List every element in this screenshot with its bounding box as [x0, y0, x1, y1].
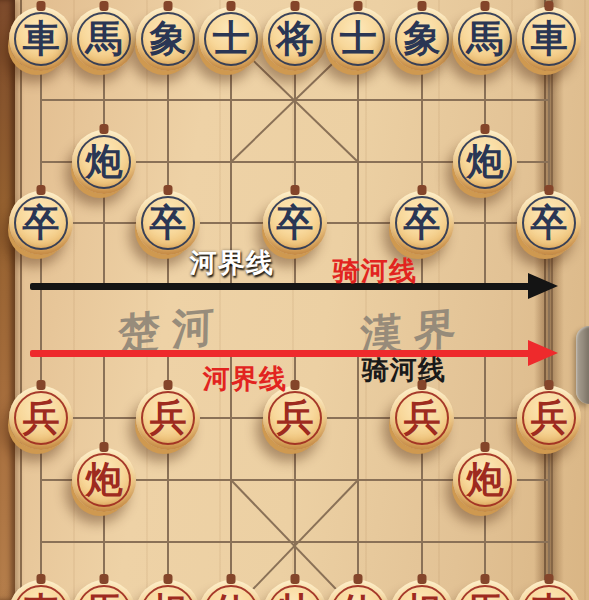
piece-red[interactable]: 兵: [9, 386, 73, 450]
piece-nub: [227, 1, 236, 11]
piece-red[interactable]: 炮: [453, 448, 517, 512]
piece-nub: [418, 574, 427, 584]
piece-red[interactable]: 仕: [326, 580, 390, 600]
piece-glyph: 兵: [531, 399, 568, 436]
xiangqi-board[interactable]: 楚河 漢界 河界线 骑河线 河界线 骑河线 車馬象士将士象馬車炮炮卒卒卒卒卒兵兵…: [0, 0, 589, 600]
piece-glyph: 車: [23, 20, 60, 57]
piece-red[interactable]: 相: [390, 580, 454, 600]
piece-glyph: 卒: [404, 204, 441, 241]
pieces-layer: 車馬象士将士象馬車炮炮卒卒卒卒卒兵兵兵兵兵炮炮車馬相仕帅仕相馬車: [0, 0, 589, 600]
piece-nub: [164, 1, 173, 11]
piece-red[interactable]: 相: [136, 580, 200, 600]
piece-red[interactable]: 兵: [517, 386, 581, 450]
xiangqi-tutorial-screen: 楚河 漢界 河界线 骑河线 河界线 骑河线 車馬象士将士象馬車炮炮卒卒卒卒卒兵兵…: [0, 0, 589, 600]
piece-nub: [418, 1, 427, 11]
piece-red[interactable]: 仕: [199, 580, 263, 600]
piece-glyph: 炮: [86, 461, 123, 498]
piece-nub: [37, 380, 46, 390]
piece-glyph: 仕: [340, 593, 377, 600]
piece-black[interactable]: 車: [9, 7, 73, 71]
label-riding-river-line-top: 骑河线: [333, 257, 417, 284]
piece-glyph: 将: [277, 20, 314, 57]
piece-glyph: 馬: [467, 593, 504, 600]
piece-glyph: 帅: [277, 593, 314, 600]
piece-glyph: 炮: [467, 143, 504, 180]
piece-nub: [37, 185, 46, 195]
piece-red[interactable]: 兵: [390, 386, 454, 450]
piece-nub: [291, 574, 300, 584]
piece-glyph: 馬: [86, 20, 123, 57]
piece-red[interactable]: 馬: [72, 580, 136, 600]
piece-red[interactable]: 兵: [263, 386, 327, 450]
piece-nub: [37, 574, 46, 584]
piece-glyph: 兵: [404, 399, 441, 436]
side-drawer-handle[interactable]: [576, 326, 589, 404]
piece-glyph: 卒: [277, 204, 314, 241]
piece-nub: [164, 380, 173, 390]
piece-black[interactable]: 車: [517, 7, 581, 71]
piece-black[interactable]: 象: [136, 7, 200, 71]
piece-nub: [481, 124, 490, 134]
piece-glyph: 兵: [277, 399, 314, 436]
piece-black[interactable]: 馬: [453, 7, 517, 71]
piece-black[interactable]: 士: [199, 7, 263, 71]
piece-black[interactable]: 象: [390, 7, 454, 71]
piece-black[interactable]: 将: [263, 7, 327, 71]
piece-nub: [545, 380, 554, 390]
piece-black[interactable]: 卒: [517, 191, 581, 255]
piece-nub: [164, 574, 173, 584]
piece-black[interactable]: 卒: [9, 191, 73, 255]
piece-glyph: 相: [150, 593, 187, 600]
piece-red[interactable]: 馬: [453, 580, 517, 600]
piece-nub: [37, 1, 46, 11]
piece-nub: [481, 574, 490, 584]
piece-glyph: 車: [23, 593, 60, 600]
piece-glyph: 車: [531, 20, 568, 57]
piece-glyph: 卒: [23, 204, 60, 241]
piece-red[interactable]: 帅: [263, 580, 327, 600]
piece-black[interactable]: 卒: [136, 191, 200, 255]
piece-black[interactable]: 士: [326, 7, 390, 71]
piece-nub: [481, 1, 490, 11]
piece-black[interactable]: 炮: [72, 130, 136, 194]
piece-nub: [100, 442, 109, 452]
piece-nub: [354, 574, 363, 584]
piece-red[interactable]: 車: [517, 580, 581, 600]
piece-nub: [481, 442, 490, 452]
piece-nub: [354, 1, 363, 11]
piece-nub: [291, 185, 300, 195]
piece-black[interactable]: 卒: [390, 191, 454, 255]
piece-glyph: 象: [404, 20, 441, 57]
piece-glyph: 卒: [531, 204, 568, 241]
piece-glyph: 相: [404, 593, 441, 600]
piece-glyph: 車: [531, 593, 568, 600]
label-river-boundary-line-bottom: 河界线: [203, 365, 287, 392]
piece-red[interactable]: 車: [9, 580, 73, 600]
piece-nub: [227, 574, 236, 584]
piece-nub: [291, 380, 300, 390]
piece-black[interactable]: 卒: [263, 191, 327, 255]
piece-nub: [100, 574, 109, 584]
piece-nub: [545, 185, 554, 195]
piece-glyph: 馬: [86, 593, 123, 600]
piece-glyph: 卒: [150, 204, 187, 241]
piece-nub: [418, 185, 427, 195]
piece-glyph: 炮: [86, 143, 123, 180]
piece-nub: [164, 185, 173, 195]
piece-glyph: 象: [150, 20, 187, 57]
label-riding-river-line-bottom: 骑河线: [362, 356, 446, 383]
piece-glyph: 仕: [213, 593, 250, 600]
piece-glyph: 兵: [150, 399, 187, 436]
piece-glyph: 炮: [467, 461, 504, 498]
piece-glyph: 士: [213, 20, 250, 57]
piece-black[interactable]: 炮: [453, 130, 517, 194]
piece-red[interactable]: 炮: [72, 448, 136, 512]
label-river-boundary-line-top: 河界线: [190, 249, 274, 276]
piece-nub: [100, 1, 109, 11]
piece-red[interactable]: 兵: [136, 386, 200, 450]
piece-nub: [291, 1, 300, 11]
piece-glyph: 兵: [23, 399, 60, 436]
piece-glyph: 士: [340, 20, 377, 57]
piece-glyph: 馬: [467, 20, 504, 57]
piece-nub: [100, 124, 109, 134]
piece-nub: [545, 1, 554, 11]
piece-black[interactable]: 馬: [72, 7, 136, 71]
piece-nub: [545, 574, 554, 584]
